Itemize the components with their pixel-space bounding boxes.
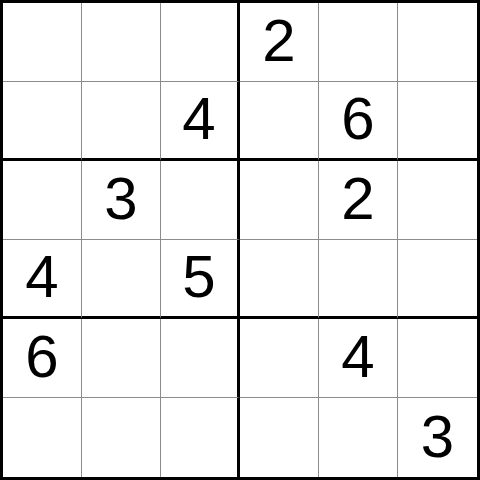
sudoku-board: 2463245643 — [0, 0, 480, 480]
sudoku-puzzle: 2463245643 — [0, 0, 480, 480]
cell-r3c2[interactable]: 3 — [82, 161, 161, 240]
given-digit: 2 — [262, 11, 295, 71]
cell-r5c5[interactable]: 4 — [319, 319, 398, 398]
cell-r4c5[interactable] — [319, 240, 398, 319]
given-digit: 3 — [104, 169, 137, 229]
cell-r5c6[interactable] — [398, 319, 477, 398]
cell-r6c6[interactable]: 3 — [398, 398, 477, 477]
cell-r3c4[interactable] — [240, 161, 319, 240]
cell-r4c1[interactable]: 4 — [3, 240, 82, 319]
cell-r4c6[interactable] — [398, 240, 477, 319]
given-digit: 2 — [341, 169, 374, 229]
cell-r1c6[interactable] — [398, 3, 477, 82]
given-digit: 4 — [182, 89, 215, 149]
cell-r6c2[interactable] — [82, 398, 161, 477]
cell-r2c1[interactable] — [3, 82, 82, 161]
cell-r2c2[interactable] — [82, 82, 161, 161]
cell-r4c4[interactable] — [240, 240, 319, 319]
cell-r5c4[interactable] — [240, 319, 319, 398]
cell-r5c2[interactable] — [82, 319, 161, 398]
cell-r4c3[interactable]: 5 — [161, 240, 240, 319]
cell-r3c5[interactable]: 2 — [319, 161, 398, 240]
cell-r2c5[interactable]: 6 — [319, 82, 398, 161]
given-digit: 6 — [25, 327, 58, 387]
cell-r6c1[interactable] — [3, 398, 82, 477]
cell-r1c3[interactable] — [161, 3, 240, 82]
cell-r1c2[interactable] — [82, 3, 161, 82]
cell-r2c3[interactable]: 4 — [161, 82, 240, 161]
cell-r5c1[interactable]: 6 — [3, 319, 82, 398]
cell-r1c5[interactable] — [319, 3, 398, 82]
cell-r6c5[interactable] — [319, 398, 398, 477]
cell-r3c3[interactable] — [161, 161, 240, 240]
given-digit: 5 — [182, 247, 215, 307]
cell-r6c4[interactable] — [240, 398, 319, 477]
given-digit: 6 — [341, 89, 374, 149]
cell-r3c6[interactable] — [398, 161, 477, 240]
cell-r1c4[interactable]: 2 — [240, 3, 319, 82]
cell-r2c4[interactable] — [240, 82, 319, 161]
given-digit: 4 — [341, 327, 374, 387]
cell-r5c3[interactable] — [161, 319, 240, 398]
cell-r2c6[interactable] — [398, 82, 477, 161]
given-digit: 4 — [25, 247, 58, 307]
cell-r1c1[interactable] — [3, 3, 82, 82]
cell-r3c1[interactable] — [3, 161, 82, 240]
cell-r4c2[interactable] — [82, 240, 161, 319]
given-digit: 3 — [421, 407, 454, 467]
cell-r6c3[interactable] — [161, 398, 240, 477]
